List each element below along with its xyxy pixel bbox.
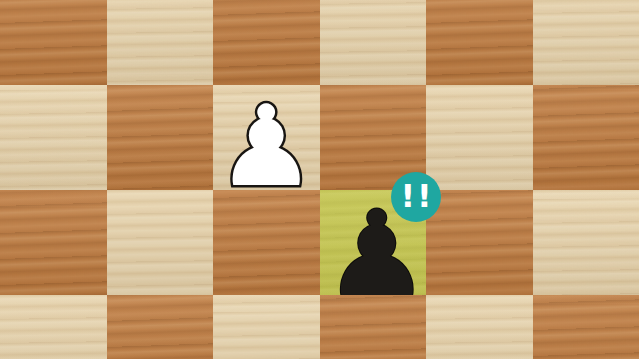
- square-d4[interactable]: [213, 190, 320, 295]
- square-f6[interactable]: [426, 0, 533, 85]
- square-b6[interactable]: [0, 0, 107, 85]
- square-g4[interactable]: [533, 190, 639, 295]
- square-f4[interactable]: [426, 190, 533, 295]
- square-f5[interactable]: [426, 85, 533, 190]
- square-g5[interactable]: [533, 85, 639, 190]
- square-d3[interactable]: [213, 295, 320, 359]
- square-d6[interactable]: [213, 0, 320, 85]
- square-c5[interactable]: [107, 85, 214, 190]
- square-b5[interactable]: [0, 85, 107, 190]
- square-c3[interactable]: [107, 295, 214, 359]
- square-e3[interactable]: [320, 295, 427, 359]
- badge-text: !!: [398, 177, 433, 217]
- square-f3[interactable]: [426, 295, 533, 359]
- square-g3[interactable]: [533, 295, 639, 359]
- square-c4[interactable]: [107, 190, 214, 295]
- board-grid: ♟♟: [0, 0, 639, 359]
- square-b3[interactable]: [0, 295, 107, 359]
- chess-board: ♟♟ !!: [0, 0, 639, 359]
- square-g6[interactable]: [533, 0, 639, 85]
- square-b4[interactable]: [0, 190, 107, 295]
- square-e6[interactable]: [320, 0, 427, 85]
- brilliant-move-badge: !!: [391, 172, 441, 222]
- white-pawn[interactable]: ♟: [216, 90, 316, 202]
- square-d5[interactable]: ♟: [213, 85, 320, 190]
- square-c6[interactable]: [107, 0, 214, 85]
